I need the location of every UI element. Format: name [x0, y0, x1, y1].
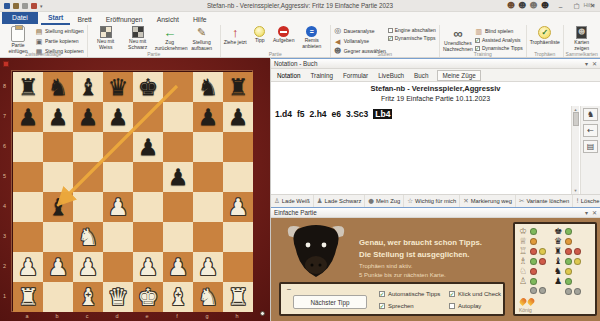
notation-tab-livebuch[interactable]: LiveBuch	[374, 71, 408, 80]
save-icon[interactable]	[13, 3, 19, 9]
trophy-column-black: ♚♛♜♝♞♟	[554, 227, 581, 311]
piece-white-pawn: ♟	[228, 196, 249, 219]
app-icon	[4, 3, 10, 9]
square-a6[interactable]	[13, 132, 43, 162]
points-to-next-card-text: 5 Punkte bis zur nächsten Karte.	[359, 272, 446, 278]
right-panels: Notation - Buch ▾✕ NotationTrainingFormu…	[270, 58, 600, 321]
square-g8[interactable]: ♞	[193, 72, 223, 102]
trophy-status-text: Trophäen sind aktiv.	[359, 263, 412, 269]
qat-dropdown-caret-icon[interactable]: ▾	[40, 3, 43, 9]
square-f5[interactable]: ♟	[163, 162, 193, 192]
notation-tab-training[interactable]: Training	[306, 71, 337, 80]
square-d8[interactable]: ♛	[103, 72, 133, 102]
moves-line: 1.d4f52.h4e63.Sc3Lb4	[275, 109, 392, 119]
engine-off-checkbox[interactable]: Engine abschalten	[388, 27, 436, 33]
trophy-piece-icon: ♜	[554, 247, 563, 256]
minimize-button[interactable]: –	[556, 3, 565, 10]
my-move-button-icon: ●	[368, 197, 374, 205]
move-3.Sc3[interactable]: 3.Sc3	[346, 109, 368, 119]
undo-icon[interactable]	[22, 3, 28, 9]
square-b8[interactable]: ♞	[43, 72, 73, 102]
piece-white-queen: ♛	[108, 286, 129, 309]
ribbon-group-zwischenablage: Partie einfügenStellung einfügenPartie k…	[0, 25, 88, 57]
trophy-piece-icon: ♞	[554, 267, 563, 276]
piece-white-king: ♚	[138, 286, 159, 309]
file-label-a: a	[12, 313, 42, 319]
trophy-row-white-5: ♙	[519, 277, 546, 286]
delete-variation-button[interactable]: ✂Variante löschen	[516, 195, 573, 207]
piece-white-pawn: ♟	[78, 256, 99, 279]
square-d5[interactable]	[103, 162, 133, 192]
piece-white-knight: ♞	[198, 286, 219, 309]
trophy-row-white-3: ♗	[519, 257, 546, 266]
medal-green-icon	[565, 258, 572, 265]
file-labels: abcdefgh	[12, 313, 252, 319]
square-b3[interactable]	[43, 222, 73, 252]
coach-message-line1: Genau, wer braucht schon Tipps.	[359, 238, 482, 247]
square-b1[interactable]	[43, 282, 73, 312]
ribbon-group-label-sammelkarten: Sammelkarten	[564, 51, 600, 57]
hint-button[interactable]: Tipp	[249, 26, 271, 44]
piece-white-pawn: ♟	[48, 256, 69, 279]
piece-black-pawn: ♟	[168, 166, 189, 189]
load-white-button[interactable]: ♙Lade Weiß	[271, 195, 314, 207]
ribbon-group-partie-aktionen: Ziehe jetztTippAufgebenRemis anbietenPar…	[221, 25, 331, 57]
square-d3[interactable]	[103, 222, 133, 252]
trophy-row-black-0: ♚	[554, 227, 581, 236]
easy-checkbox-column-1: ✓Automatische Tipps✓Sprechen	[379, 291, 440, 309]
rank-label-4: 4	[3, 191, 6, 221]
menu-tab-datei[interactable]: Datei	[2, 12, 38, 24]
piece-white-rook: ♜	[18, 286, 39, 309]
square-e6[interactable]: ♟	[133, 132, 163, 162]
medal-gray-icon	[574, 288, 581, 295]
streak-label: König	[519, 307, 546, 313]
trophy-row-white-2: ♖	[519, 247, 546, 256]
annotate-button[interactable]: ♞	[583, 108, 598, 121]
piece-black-king: ♚	[138, 76, 159, 99]
piece-white-pawn: ♟	[18, 256, 39, 279]
square-g4[interactable]	[193, 192, 223, 222]
piece-black-pawn: ♟	[108, 106, 129, 129]
magnifier-icon	[334, 27, 342, 35]
mascot-1-icon: ☻	[507, 2, 515, 10]
white-to-move-indicator	[260, 311, 265, 316]
square-g1[interactable]: ♞	[193, 282, 223, 312]
square-f8[interactable]	[163, 72, 193, 102]
menu-tab-eroeffnungen[interactable]: Eröffnungen	[99, 15, 150, 25]
ribbon: Partie einfügenStellung einfügenPartie k…	[0, 25, 600, 58]
square-g6[interactable]	[193, 132, 223, 162]
square-h3[interactable]	[223, 222, 253, 252]
load-white-button-icon: ♙	[274, 197, 280, 205]
trophy-piece-icon: ♚	[554, 227, 563, 236]
board-panel: 87654321 ♜♞♝♛♚♞♜♟♟♟♟♟♟♟♟♝♟♟♞♟♟♟♟♟♟♜♝♛♚♝♞…	[0, 58, 270, 321]
trophy-list-button[interactable]: Trophäenliste	[530, 26, 560, 46]
speak-checkbox[interactable]: ✓Sprechen	[379, 303, 440, 309]
trophy-piece-icon: ♕	[519, 237, 528, 246]
checkbox-checked-icon: ✓	[388, 36, 393, 41]
square-c3[interactable]: ♞	[73, 222, 103, 252]
trophy-row-white-6	[519, 287, 546, 294]
trophy-row-black-5: ♟	[554, 277, 581, 286]
piece-black-bishop: ♝	[48, 196, 69, 219]
dynamic-tips-checkbox[interactable]: ✓Dynamische Tipps	[388, 35, 436, 41]
square-a2[interactable]: ♟	[13, 252, 43, 282]
new-game-white-button[interactable]: Neu mit Weiss	[91, 26, 121, 50]
menu-tab-start[interactable]: Start	[41, 13, 71, 25]
square-f1[interactable]: ♝	[163, 282, 193, 312]
rank-label-3: 3	[3, 221, 6, 251]
copy-game-button[interactable]: Partie kopieren	[35, 37, 84, 45]
autoplay-checkbox[interactable]: Autoplay	[449, 303, 501, 309]
next-tip-button[interactable]: Nächster Tipp	[293, 295, 367, 309]
flame-icon	[518, 297, 527, 306]
game-header: Stefan-nb - Vereinsspieler,Aggressiv Fri…	[271, 82, 600, 106]
ribbon-group-sammelkarten: Karten zeigenSammelkarten	[564, 25, 600, 57]
check-circle-icon	[538, 26, 551, 39]
board-menu-icon[interactable]	[3, 61, 9, 67]
resign-button[interactable]: Aufgeben	[273, 26, 295, 44]
load-black-button-icon: ♟	[317, 197, 323, 205]
piece-white-pawn: ♟	[108, 196, 129, 219]
checkbox-checked-icon: ✓	[379, 303, 385, 309]
full-analysis-button[interactable]: Vollanalyse	[334, 37, 386, 45]
streak-row	[520, 298, 546, 305]
square-a7[interactable]: ♟	[13, 102, 43, 132]
trophy-piece-icon: ♖	[519, 247, 528, 256]
show-cards-button[interactable]: Karten zeigen	[567, 26, 597, 51]
panel-pin-icon[interactable]: ▾	[585, 61, 588, 67]
offer-draw-button[interactable]: Remis anbieten	[297, 26, 327, 49]
notation-tab-meine-zuege[interactable]: Meine Züge	[437, 70, 480, 81]
square-c8[interactable]: ♝	[73, 72, 103, 102]
paste-game-button[interactable]: Partie einfügen	[3, 26, 33, 54]
notation-scrollbar[interactable]: ▲ ▼	[571, 106, 579, 194]
bulb-icon	[254, 26, 265, 37]
redo-icon[interactable]	[31, 3, 37, 9]
checkbox-checked-icon: ✓	[449, 291, 455, 297]
notation-side-buttons: ♞←▤	[580, 106, 600, 194]
permanent-analysis-button[interactable]: Daueranalyse	[334, 27, 386, 35]
tip-placeholder-text: –	[287, 285, 291, 292]
trophy-row-white-1: ♕	[519, 237, 546, 246]
my-move-button[interactable]: ●Mein Zug	[365, 195, 404, 207]
ribbon-group-stufen: DaueranalyseVollanalyseGegner auswählenE…	[331, 25, 440, 57]
quick-access-toolbar: ▾	[0, 3, 43, 9]
trophy-piece-icon: ♘	[519, 267, 528, 276]
click-check-checkbox[interactable]: ✓Klick und Check	[449, 291, 501, 297]
board-dark-icon	[132, 26, 144, 38]
notation-panel-title: Notation - Buch	[274, 60, 317, 67]
horn-icon	[334, 37, 342, 45]
square-b6[interactable]	[43, 132, 73, 162]
square-g3[interactable]	[193, 222, 223, 252]
mascot-4-icon: ☻	[541, 2, 549, 10]
easy-game-panel: Einfache Partie ▾✕ Genau, wer braucht sc…	[271, 207, 600, 321]
ribbon-group-training: Unendliches NachrechnenBlind spielen✓Ass…	[440, 25, 527, 57]
checkbox-unchecked-icon	[449, 303, 455, 309]
blind-icon	[475, 27, 483, 35]
ribbon-group-label-trophaeen: Trophäen	[527, 51, 563, 57]
easy-game-content: Genau, wer braucht schon Tipps. Die Stel…	[271, 218, 600, 321]
file-label-d: d	[102, 313, 132, 319]
piece-white-knight: ♞	[78, 226, 99, 249]
medal-gray-icon	[539, 287, 546, 294]
checkbox-unchecked-icon	[388, 28, 393, 33]
game-event: Fritz 19 Einfache Partie 10.11.2023	[271, 95, 600, 102]
trophy-row-black-4: ♞	[554, 267, 581, 276]
infinity-icon	[450, 26, 466, 40]
medal-green-icon	[565, 228, 572, 235]
takeback-small-button[interactable]: ←	[583, 124, 598, 137]
piece-white-rook: ♜	[228, 286, 249, 309]
piece-black-bishop: ♝	[78, 76, 99, 99]
moves-area[interactable]: 1.d4f52.h4e63.Sc3Lb4 ▲ ▼ ♞←▤	[271, 106, 600, 194]
ribbon-group-partie-neu: Neu mit WeissNeu mit SchwarzZug zurückne…	[88, 25, 221, 57]
file-label-f: f	[162, 313, 192, 319]
rank-label-7: 7	[3, 101, 6, 131]
medal-yellow-icon	[565, 268, 572, 275]
easy-panel-title: Einfache Partie	[274, 209, 317, 216]
square-c2[interactable]: ♟	[73, 252, 103, 282]
square-h1[interactable]: ♜	[223, 282, 253, 312]
square-a1[interactable]: ♜	[13, 282, 43, 312]
notation-tab-buch[interactable]: Buch	[410, 71, 432, 80]
load-black-button[interactable]: ♟Lade Schwarz	[314, 195, 366, 207]
move-now-button[interactable]: Ziehe jetzt	[224, 26, 247, 46]
menubar: DateiStartBrettEröffnungenAnsichtHilfe	[0, 12, 600, 25]
bull-mascot	[283, 220, 349, 280]
remove-mark-button-icon: ✕	[463, 197, 468, 205]
square-c4[interactable]	[73, 192, 103, 222]
square-g2[interactable]: ♟	[193, 252, 223, 282]
move-2.h4[interactable]: 2.h4	[310, 109, 327, 119]
checkbox-checked-icon: ✓	[475, 46, 480, 51]
game-players: Stefan-nb - Vereinsspieler,Aggressiv	[271, 84, 600, 93]
important-button-icon: ☆	[407, 197, 413, 205]
auto-tips-checkbox[interactable]: ✓Automatische Tipps	[379, 291, 440, 297]
important-button[interactable]: ☆Wichtig für mich	[404, 195, 460, 207]
square-g5[interactable]	[193, 162, 223, 192]
clipboard-icon	[11, 26, 25, 42]
square-e4[interactable]	[133, 192, 163, 222]
square-h5[interactable]	[223, 162, 253, 192]
scroll-down-icon[interactable]: ▼	[574, 188, 578, 193]
menu-tab-brett[interactable]: Brett	[70, 15, 98, 25]
coach-message-line2: Die Stellung ist ausgeglichen.	[359, 250, 469, 259]
piece-white-bishop: ♝	[78, 286, 99, 309]
square-a3[interactable]	[13, 222, 43, 252]
ribbon-group-label-partie-neu: Partie	[88, 51, 220, 57]
square-e5[interactable]	[133, 162, 163, 192]
square-e1[interactable]: ♚	[133, 282, 163, 312]
medal-orange-icon	[565, 238, 572, 245]
delete-rest-button[interactable]: !Lösche Rest	[573, 195, 600, 207]
square-h4[interactable]: ♟	[223, 192, 253, 222]
mascot-3-icon: ☻	[529, 2, 537, 10]
medal-yellow-icon	[539, 248, 546, 255]
medal-red-icon	[530, 248, 537, 255]
square-h7[interactable]: ♟	[223, 102, 253, 132]
mascot-2-icon: ☻	[518, 2, 526, 10]
medal-green-icon	[565, 278, 572, 285]
square-d2[interactable]	[103, 252, 133, 282]
trophy-row-black-6	[554, 287, 581, 296]
ribbon-group-trophaeen: TrophäenlisteTrophäen	[527, 25, 564, 57]
rank-label-8: 8	[3, 71, 6, 101]
file-label-h: h	[222, 313, 252, 319]
fritz-app-window: ▾ Stefan-nb - Vereinsspieler,Aggressiv: …	[0, 0, 600, 321]
square-h6[interactable]	[223, 132, 253, 162]
medal-red-icon	[539, 258, 546, 265]
checkbox-checked-icon: ✓	[379, 291, 385, 297]
close-button[interactable]: ✕	[588, 2, 597, 10]
trophy-box: ♔♕♖♗♘♙König ♚♛♜♝♞♟	[513, 222, 597, 316]
square-c5[interactable]	[73, 162, 103, 192]
file-label-b: b	[42, 313, 72, 319]
trophy-row-black-1: ♛	[554, 237, 581, 246]
piece-black-pawn: ♟	[78, 106, 99, 129]
medal-yellow-icon	[574, 258, 581, 265]
square-b2[interactable]: ♟	[43, 252, 73, 282]
move-Lb4[interactable]: Lb4	[373, 109, 392, 119]
move-e6[interactable]: e6	[332, 109, 341, 119]
square-f6[interactable]	[163, 132, 193, 162]
rank-label-2: 2	[3, 251, 6, 281]
paste-icon	[35, 27, 43, 35]
piece-white-pawn: ♟	[168, 256, 189, 279]
trophy-piece-icon: ♟	[554, 277, 563, 286]
rank-labels: 87654321	[3, 71, 6, 311]
checkbox-checked-icon: ✓	[475, 38, 480, 43]
easy-close-icon[interactable]: ✕	[592, 210, 597, 216]
assisted-analysis-checkbox[interactable]: ✓Assisted Analysis	[475, 37, 523, 43]
piece-black-rook: ♜	[228, 76, 249, 99]
move-f5[interactable]: f5	[297, 109, 305, 119]
square-f3[interactable]	[163, 222, 193, 252]
piece-black-queen: ♛	[108, 76, 129, 99]
file-label-g: g	[192, 313, 222, 319]
notation-tab-formular[interactable]: Formular	[339, 71, 372, 80]
trophy-piece-icon: ♔	[519, 227, 528, 236]
ribbon-group-label-stufen: Stufen	[331, 51, 439, 57]
copy-icon	[35, 37, 43, 45]
piece-white-bishop: ♝	[168, 286, 189, 309]
piece-black-knight: ♞	[48, 76, 69, 99]
square-e2[interactable]: ♟	[133, 252, 163, 282]
notation-panel-titlebar[interactable]: Notation - Buch ▾✕	[271, 58, 600, 69]
square-f4[interactable]	[163, 192, 193, 222]
maximize-button[interactable]: ▢	[572, 2, 581, 10]
notation-tabs: NotationTrainingFormularLiveBuchBuchMein…	[271, 69, 600, 82]
square-d6[interactable]	[103, 132, 133, 162]
copy-notation-button[interactable]: ▤	[583, 140, 598, 153]
delete-variation-button-icon: ✂	[519, 197, 524, 205]
trophy-row-white-4: ♘	[519, 267, 546, 276]
piece-black-knight: ♞	[198, 76, 219, 99]
scroll-thumb[interactable]	[573, 112, 579, 126]
square-f2[interactable]: ♟	[163, 252, 193, 282]
arrow-left-green-icon	[163, 26, 176, 39]
file-label-e: e	[132, 313, 162, 319]
easy-checkbox-column-2: ✓Klick und CheckAutoplay	[449, 291, 501, 309]
ribbon-group-label-training: Training	[440, 51, 526, 57]
medal-gray-icon	[530, 287, 537, 294]
medal-red-icon	[565, 248, 572, 255]
move-1.d4[interactable]: 1.d4	[275, 109, 292, 119]
infinite-calculation-button[interactable]: Unendliches Nachrechnen	[443, 26, 473, 52]
remove-mark-button[interactable]: ✕Markierung weg	[460, 195, 516, 207]
square-a8[interactable]: ♜	[13, 72, 43, 102]
square-c6[interactable]	[73, 132, 103, 162]
menu-tab-ansicht[interactable]: Ansicht	[150, 15, 186, 25]
piece-black-rook: ♜	[18, 76, 39, 99]
easy-panel-titlebar[interactable]: Einfache Partie ▾✕	[271, 207, 600, 218]
takeback-button[interactable]: Zug zurücknehmen	[155, 26, 185, 51]
mascot-icons: ☻☻☻☻	[507, 2, 549, 10]
square-e3[interactable]	[133, 222, 163, 252]
rank-label-1: 1	[3, 281, 6, 311]
square-e7[interactable]	[133, 102, 163, 132]
square-g7[interactable]: ♟	[193, 102, 223, 132]
square-a5[interactable]	[13, 162, 43, 192]
rank-label-6: 6	[3, 131, 6, 161]
setup-position-button[interactable]: Stellung aufbauen	[187, 26, 217, 51]
square-c1[interactable]: ♝	[73, 282, 103, 312]
piece-white-pawn: ♟	[198, 256, 219, 279]
paste-position-button[interactable]: Stellung einfügen	[35, 27, 84, 35]
square-e8[interactable]: ♚	[133, 72, 163, 102]
trophy-row-black-2: ♜	[554, 247, 581, 256]
arrow-up-red-icon	[229, 26, 242, 39]
square-h8[interactable]: ♜	[223, 72, 253, 102]
piece-black-pawn: ♟	[138, 136, 159, 159]
square-c7[interactable]: ♟	[73, 102, 103, 132]
notation-toolbar: ♙Lade Weiß♟Lade Schwarz●Mein Zug☆Wichtig…	[271, 194, 600, 207]
easy-pin-icon[interactable]: ▾	[585, 210, 588, 216]
flame-icon	[526, 297, 535, 306]
square-d1[interactable]: ♛	[103, 282, 133, 312]
board-light-icon	[100, 26, 112, 38]
medal-green-icon	[530, 278, 537, 285]
notation-panel: Notation - Buch ▾✕ NotationTrainingFormu…	[271, 58, 600, 207]
notation-tab-notation[interactable]: Notation	[273, 71, 304, 80]
card-icon	[576, 26, 587, 39]
square-h2[interactable]	[223, 252, 253, 282]
square-d7[interactable]: ♟	[103, 102, 133, 132]
square-b5[interactable]	[43, 162, 73, 192]
medal-gray-icon	[565, 288, 572, 295]
square-f7[interactable]	[163, 102, 193, 132]
pencil-icon	[195, 26, 208, 39]
square-a4[interactable]	[13, 192, 43, 222]
file-label-c: c	[72, 313, 102, 319]
new-game-black-button[interactable]: Neu mit Schwarz	[123, 26, 153, 50]
square-d4[interactable]: ♟	[103, 192, 133, 222]
square-b7[interactable]: ♟	[43, 102, 73, 132]
medal-green-icon	[530, 228, 537, 235]
panel-close-icon[interactable]: ✕	[592, 61, 597, 67]
menu-tab-hilfe[interactable]: Hilfe	[186, 15, 214, 25]
square-b4[interactable]: ♝	[43, 192, 73, 222]
chess-board: ♜♞♝♛♚♞♜♟♟♟♟♟♟♟♟♝♟♟♞♟♟♟♟♟♟♜♝♛♚♝♞♜	[12, 71, 252, 311]
tips-box: – Nächster Tipp ✓Automatische Tipps✓Spre…	[279, 282, 505, 316]
trophy-piece-icon: ♛	[554, 237, 563, 246]
piece-white-pawn: ♟	[138, 256, 159, 279]
piece-black-pawn: ♟	[228, 106, 249, 129]
blindfold-button[interactable]: Blind spielen	[475, 27, 523, 35]
